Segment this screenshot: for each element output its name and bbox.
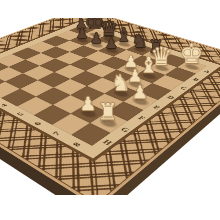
white-pawn-icon: ♟ [80,95,97,114]
black-pawn-icon: ♟ [76,27,88,41]
chess-board: 12345678 ABCDEFGH ♚♛♝♟♟♞♟♟♜♟♚♛♝♞♜♟♟♟ [0,18,220,195]
black-knight-icon: ♞ [131,31,148,50]
white-knight-icon: ♞ [110,71,130,93]
chess-set-photo: 12345678 ABCDEFGH ♚♛♝♟♟♞♟♟♜♟♚♛♝♞♜♟♟♟ [0,18,220,195]
white-king-icon: ♚ [179,40,203,67]
black-pawn-icon: ♟ [105,36,118,51]
white-pawn-icon: ♟ [132,84,148,102]
black-pawn-icon: ♟ [90,31,103,45]
white-rook-icon: ♜ [97,100,118,123]
